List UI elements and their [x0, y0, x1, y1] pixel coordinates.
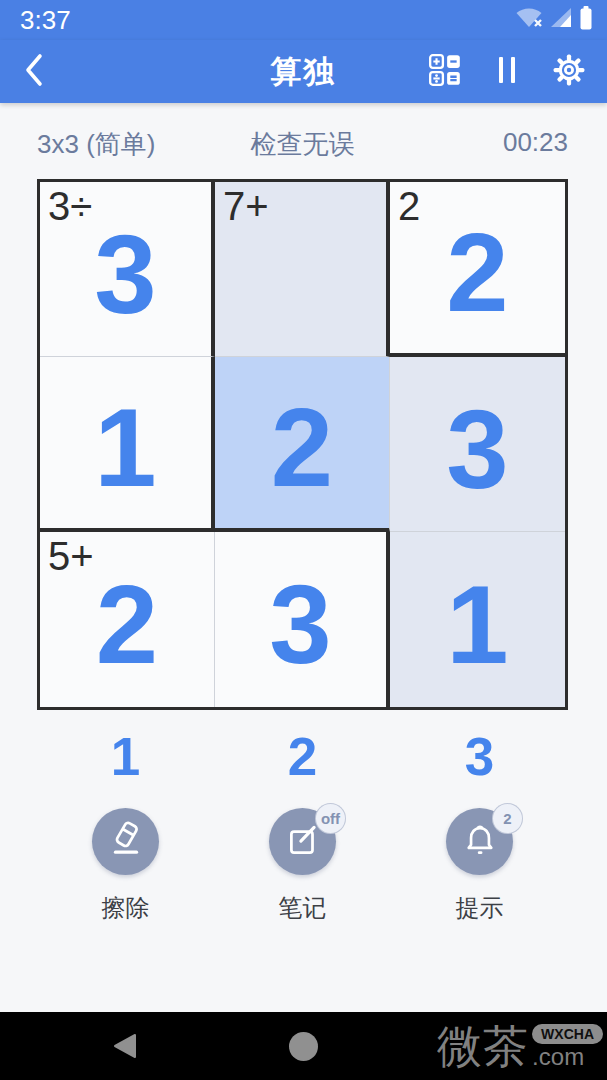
status-bar: 3:37 — [0, 0, 607, 40]
cell-value: 3 — [269, 560, 331, 689]
board-cell-r1c2[interactable]: 3 — [390, 357, 565, 532]
appbar-actions — [421, 46, 593, 98]
screen: 3:37 — [0, 0, 607, 1080]
back-chevron-icon — [23, 51, 47, 92]
check-status-label: 检查无误 — [251, 127, 355, 162]
erase-label: 擦除 — [102, 892, 150, 924]
watermark-bubble: WXCHA — [532, 1024, 603, 1044]
status-time: 3:37 — [20, 5, 71, 36]
hint-button[interactable]: 2 提示 — [391, 808, 568, 924]
hint-label: 提示 — [456, 892, 504, 924]
board-cell-r1c1[interactable]: 2 — [215, 357, 390, 532]
settings-gear-icon — [552, 53, 586, 90]
notes-label: 笔记 — [279, 892, 327, 924]
erase-button-circle — [92, 808, 159, 875]
board-cell-r2c2[interactable]: 1 — [390, 532, 565, 707]
notes-button-circle: off — [269, 808, 336, 875]
nav-back-icon[interactable] — [113, 1033, 137, 1062]
numpad-key-2[interactable]: 2 — [214, 724, 391, 788]
back-button[interactable] — [0, 40, 70, 103]
hint-count-badge: 2 — [492, 803, 523, 834]
pause-icon — [494, 54, 520, 89]
notes-pencil-icon — [284, 821, 322, 862]
toolbar: 擦除 off 笔记 — [37, 808, 568, 924]
board-cell-r0c0[interactable]: 3÷3 — [40, 182, 215, 357]
numpad: 1 2 3 — [37, 724, 568, 788]
cell-value: 2 — [96, 560, 158, 689]
page-title: 算独 — [271, 51, 337, 93]
cell-value: 3 — [94, 210, 156, 339]
board: 3÷37+221235+231 — [37, 179, 568, 710]
nav-home-icon[interactable] — [289, 1032, 318, 1061]
cell-value: 1 — [94, 383, 156, 512]
cell-value: 1 — [446, 560, 508, 689]
watermark-brand: 微茶 — [437, 1017, 529, 1077]
hint-button-circle: 2 — [446, 808, 513, 875]
bell-icon — [461, 821, 499, 862]
numpad-key-1[interactable]: 1 — [37, 724, 214, 788]
erase-button[interactable]: 擦除 — [37, 808, 214, 924]
board-cell-r0c2[interactable]: 22 — [390, 182, 565, 357]
calc-operations-grid-icon — [427, 52, 463, 91]
pause-button[interactable] — [483, 46, 531, 98]
info-bar: 3x3 (简单) 检查无误 00:23 — [37, 127, 568, 157]
app-bar: 算独 — [0, 40, 607, 103]
watermark-bubble-group: WXCHA .com — [532, 1024, 603, 1071]
calc-mode-button[interactable] — [421, 46, 469, 98]
numpad-key-3[interactable]: 3 — [391, 724, 568, 788]
watermark-domain: .com — [532, 1043, 584, 1071]
settings-button[interactable] — [545, 46, 593, 98]
board-cell-r0c1[interactable]: 7+ — [215, 182, 390, 357]
difficulty-label: 3x3 (简单) — [37, 127, 155, 162]
notes-button[interactable]: off 笔记 — [214, 808, 391, 924]
wifi-off-icon — [515, 6, 543, 34]
signal-icon — [550, 7, 572, 33]
status-icons — [515, 5, 593, 35]
notes-off-badge: off — [315, 803, 346, 834]
cage-label: 2 — [398, 184, 420, 228]
cell-value: 2 — [446, 208, 508, 337]
cage-label: 7+ — [223, 184, 269, 228]
eraser-icon — [107, 821, 145, 862]
cage-label: 5+ — [48, 534, 94, 578]
board-cell-r1c0[interactable]: 1 — [40, 357, 215, 532]
android-nav-bar: 微茶 WXCHA .com — [0, 1012, 607, 1080]
watermark: 微茶 WXCHA .com — [437, 1017, 603, 1077]
cell-value: 2 — [271, 383, 333, 512]
board-cell-r2c1[interactable]: 3 — [215, 532, 390, 707]
cell-value: 3 — [446, 385, 508, 514]
cage-label: 3÷ — [48, 184, 92, 228]
battery-icon — [579, 5, 593, 35]
board-cell-r2c0[interactable]: 5+2 — [40, 532, 215, 707]
timer-label: 00:23 — [503, 127, 568, 158]
